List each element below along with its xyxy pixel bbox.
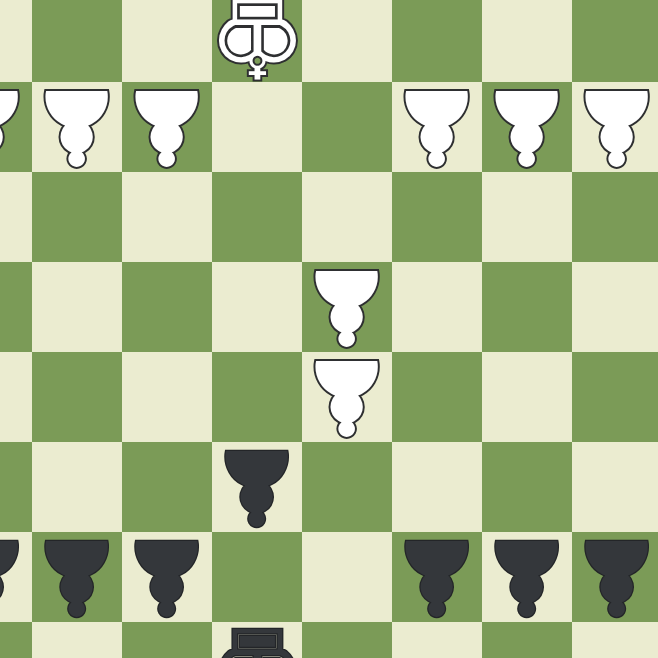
black-pawn-piece[interactable]: ♟ bbox=[570, 525, 658, 629]
board-square[interactable] bbox=[482, 352, 572, 442]
black-pawn-piece[interactable]: ♟ bbox=[210, 435, 303, 539]
board-square[interactable] bbox=[572, 352, 658, 442]
board-square[interactable]: ♟ bbox=[392, 82, 482, 172]
chess-board: ♚♟♟♟♟♟♟♟♟♟♟♟♟♟♟♟♚ bbox=[0, 0, 658, 658]
board-square[interactable]: ♟ bbox=[122, 82, 212, 172]
black-pawn-piece[interactable]: ♟ bbox=[390, 525, 483, 629]
black-pawn-piece[interactable]: ♟ bbox=[30, 525, 123, 629]
board-square[interactable] bbox=[0, 262, 32, 352]
board-square[interactable] bbox=[0, 352, 32, 442]
board-square[interactable]: ♟ bbox=[572, 532, 658, 622]
board-square[interactable] bbox=[302, 82, 392, 172]
board-square[interactable] bbox=[212, 262, 302, 352]
board-square[interactable] bbox=[32, 262, 122, 352]
board-square[interactable] bbox=[212, 172, 302, 262]
board-square[interactable]: ♟ bbox=[482, 532, 572, 622]
white-pawn-piece[interactable]: ♟ bbox=[390, 75, 483, 179]
board-square[interactable] bbox=[572, 262, 658, 352]
white-king-piece[interactable]: ♚ bbox=[208, 0, 307, 92]
white-pawn-piece[interactable]: ♟ bbox=[300, 345, 393, 449]
board-square[interactable] bbox=[302, 622, 392, 658]
white-pawn-piece[interactable]: ♟ bbox=[570, 75, 658, 179]
board-square[interactable] bbox=[122, 352, 212, 442]
white-pawn-piece[interactable]: ♟ bbox=[30, 75, 123, 179]
board-square[interactable]: ♟ bbox=[32, 532, 122, 622]
board-square[interactable]: ♟ bbox=[482, 82, 572, 172]
board-square[interactable]: ♟ bbox=[572, 82, 658, 172]
board-square[interactable] bbox=[482, 262, 572, 352]
board-square[interactable] bbox=[392, 262, 482, 352]
chess-board-viewport: ♚♟♟♟♟♟♟♟♟♟♟♟♟♟♟♟♚ bbox=[0, 0, 658, 658]
white-pawn-piece[interactable]: ♟ bbox=[0, 75, 34, 179]
board-square[interactable]: ♟ bbox=[392, 532, 482, 622]
board-square[interactable]: ♟ bbox=[0, 532, 32, 622]
board-square[interactable] bbox=[302, 532, 392, 622]
white-pawn-piece[interactable]: ♟ bbox=[480, 75, 573, 179]
board-square[interactable] bbox=[302, 0, 392, 82]
board-square[interactable] bbox=[122, 262, 212, 352]
black-pawn-piece[interactable]: ♟ bbox=[480, 525, 573, 629]
board-square[interactable] bbox=[32, 352, 122, 442]
board-square[interactable]: ♟ bbox=[212, 442, 302, 532]
black-pawn-piece[interactable]: ♟ bbox=[120, 525, 213, 629]
board-square[interactable]: ♟ bbox=[0, 82, 32, 172]
black-pawn-piece[interactable]: ♟ bbox=[0, 525, 34, 629]
board-square[interactable]: ♟ bbox=[122, 532, 212, 622]
board-square[interactable]: ♟ bbox=[302, 352, 392, 442]
white-pawn-piece[interactable]: ♟ bbox=[120, 75, 213, 179]
black-king-piece[interactable]: ♚ bbox=[208, 612, 307, 658]
board-square[interactable] bbox=[392, 352, 482, 442]
board-square[interactable]: ♟ bbox=[32, 82, 122, 172]
board-square[interactable]: ♚ bbox=[212, 622, 302, 658]
board-square[interactable]: ♚ bbox=[212, 0, 302, 82]
